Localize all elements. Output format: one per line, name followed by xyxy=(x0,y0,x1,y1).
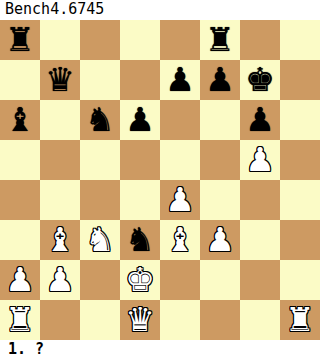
square-f1[interactable] xyxy=(200,300,240,340)
square-b6[interactable] xyxy=(40,100,80,140)
square-g7[interactable]: ♚ xyxy=(240,60,280,100)
square-e2[interactable] xyxy=(160,260,200,300)
square-b5[interactable] xyxy=(40,140,80,180)
square-g8[interactable] xyxy=(240,20,280,60)
white-rook[interactable]: ♜ xyxy=(280,300,320,340)
square-c4[interactable] xyxy=(80,180,120,220)
square-d5[interactable] xyxy=(120,140,160,180)
square-a2[interactable]: ♟ xyxy=(0,260,40,300)
square-a1[interactable]: ♜ xyxy=(0,300,40,340)
square-a8[interactable]: ♜ xyxy=(0,20,40,60)
square-e6[interactable] xyxy=(160,100,200,140)
window-title: Bench4.6745 xyxy=(0,0,320,20)
square-g4[interactable] xyxy=(240,180,280,220)
white-pawn[interactable]: ♟ xyxy=(0,260,40,300)
chess-app-window: Bench4.6745 ♜♜♛♟♟♚♝♞♟♟♟♟♝♞♞♝♟♟♟♚♜♛♜ 1. ? xyxy=(0,0,320,360)
black-pawn[interactable]: ♟ xyxy=(240,100,280,140)
black-pawn[interactable]: ♟ xyxy=(200,60,240,100)
square-c1[interactable] xyxy=(80,300,120,340)
black-knight[interactable]: ♞ xyxy=(80,100,120,140)
white-pawn[interactable]: ♟ xyxy=(40,260,80,300)
square-g3[interactable] xyxy=(240,220,280,260)
black-pawn[interactable]: ♟ xyxy=(160,60,200,100)
square-e5[interactable] xyxy=(160,140,200,180)
square-h1[interactable]: ♜ xyxy=(280,300,320,340)
white-pawn[interactable]: ♟ xyxy=(240,140,280,180)
square-b3[interactable]: ♝ xyxy=(40,220,80,260)
white-knight[interactable]: ♞ xyxy=(80,220,120,260)
square-c6[interactable]: ♞ xyxy=(80,100,120,140)
move-prompt: 1. ? xyxy=(0,340,320,360)
white-pawn[interactable]: ♟ xyxy=(160,180,200,220)
square-f8[interactable]: ♜ xyxy=(200,20,240,60)
square-e8[interactable] xyxy=(160,20,200,60)
square-g5[interactable]: ♟ xyxy=(240,140,280,180)
square-f4[interactable] xyxy=(200,180,240,220)
square-b7[interactable]: ♛ xyxy=(40,60,80,100)
square-e4[interactable]: ♟ xyxy=(160,180,200,220)
square-f5[interactable] xyxy=(200,140,240,180)
square-h4[interactable] xyxy=(280,180,320,220)
square-e7[interactable]: ♟ xyxy=(160,60,200,100)
square-b1[interactable] xyxy=(40,300,80,340)
square-d6[interactable]: ♟ xyxy=(120,100,160,140)
black-knight[interactable]: ♞ xyxy=(120,220,160,260)
square-h3[interactable] xyxy=(280,220,320,260)
square-d3[interactable]: ♞ xyxy=(120,220,160,260)
square-d7[interactable] xyxy=(120,60,160,100)
square-a6[interactable]: ♝ xyxy=(0,100,40,140)
black-bishop[interactable]: ♝ xyxy=(0,100,40,140)
square-a7[interactable] xyxy=(0,60,40,100)
chess-board: ♜♜♛♟♟♚♝♞♟♟♟♟♝♞♞♝♟♟♟♚♜♛♜ xyxy=(0,20,320,340)
square-h7[interactable] xyxy=(280,60,320,100)
square-a4[interactable] xyxy=(0,180,40,220)
square-h6[interactable] xyxy=(280,100,320,140)
square-a3[interactable] xyxy=(0,220,40,260)
black-queen[interactable]: ♛ xyxy=(40,60,80,100)
black-king[interactable]: ♚ xyxy=(240,60,280,100)
square-c3[interactable]: ♞ xyxy=(80,220,120,260)
square-f7[interactable]: ♟ xyxy=(200,60,240,100)
white-bishop[interactable]: ♝ xyxy=(160,220,200,260)
square-d2[interactable]: ♚ xyxy=(120,260,160,300)
square-c7[interactable] xyxy=(80,60,120,100)
square-h5[interactable] xyxy=(280,140,320,180)
square-h2[interactable] xyxy=(280,260,320,300)
white-king[interactable]: ♚ xyxy=(120,260,160,300)
square-d8[interactable] xyxy=(120,20,160,60)
white-pawn[interactable]: ♟ xyxy=(200,220,240,260)
square-f3[interactable]: ♟ xyxy=(200,220,240,260)
square-e1[interactable] xyxy=(160,300,200,340)
black-rook[interactable]: ♜ xyxy=(0,20,40,60)
square-g1[interactable] xyxy=(240,300,280,340)
square-g2[interactable] xyxy=(240,260,280,300)
square-c5[interactable] xyxy=(80,140,120,180)
square-a5[interactable] xyxy=(0,140,40,180)
square-d1[interactable]: ♛ xyxy=(120,300,160,340)
square-b2[interactable]: ♟ xyxy=(40,260,80,300)
square-f6[interactable] xyxy=(200,100,240,140)
white-bishop[interactable]: ♝ xyxy=(40,220,80,260)
square-b8[interactable] xyxy=(40,20,80,60)
square-b4[interactable] xyxy=(40,180,80,220)
square-e3[interactable]: ♝ xyxy=(160,220,200,260)
square-d4[interactable] xyxy=(120,180,160,220)
square-h8[interactable] xyxy=(280,20,320,60)
square-g6[interactable]: ♟ xyxy=(240,100,280,140)
black-rook[interactable]: ♜ xyxy=(200,20,240,60)
black-pawn[interactable]: ♟ xyxy=(120,100,160,140)
white-rook[interactable]: ♜ xyxy=(0,300,40,340)
square-c8[interactable] xyxy=(80,20,120,60)
square-c2[interactable] xyxy=(80,260,120,300)
square-f2[interactable] xyxy=(200,260,240,300)
white-queen[interactable]: ♛ xyxy=(120,300,160,340)
